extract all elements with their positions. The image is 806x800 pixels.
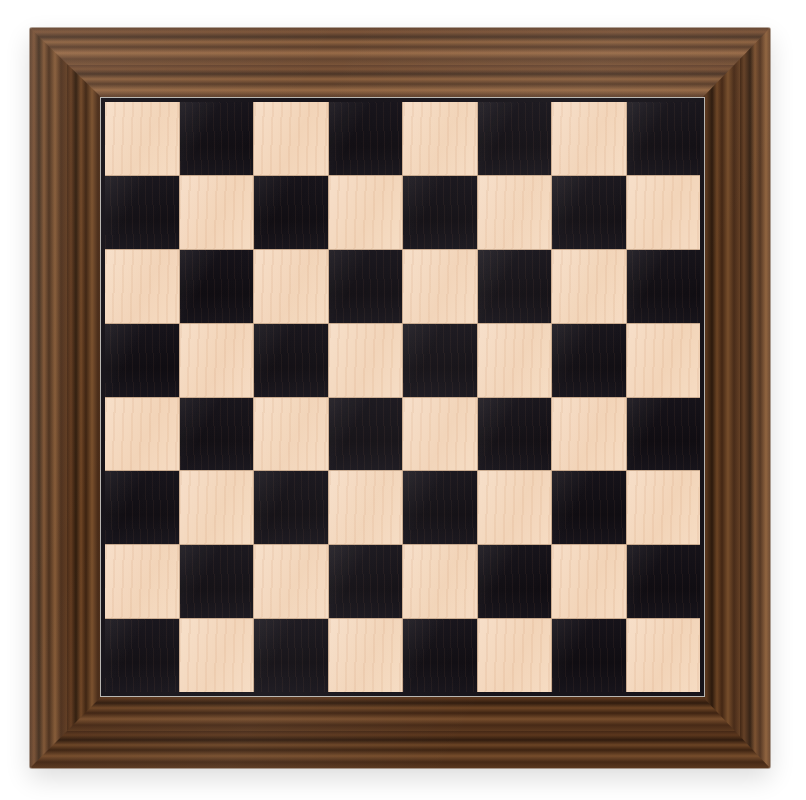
square-c2[interactable]: [254, 545, 328, 618]
square-g3[interactable]: [552, 471, 626, 544]
square-d1[interactable]: [329, 619, 403, 692]
square-a6[interactable]: [105, 250, 179, 323]
square-d4[interactable]: [329, 398, 403, 471]
square-c6[interactable]: [254, 250, 328, 323]
square-g1[interactable]: [552, 619, 626, 692]
square-h7[interactable]: [627, 176, 701, 249]
square-a4[interactable]: [105, 398, 179, 471]
square-f8[interactable]: [478, 102, 552, 175]
square-b7[interactable]: [180, 176, 254, 249]
square-b5[interactable]: [180, 324, 254, 397]
square-g2[interactable]: [552, 545, 626, 618]
squares-grid: [105, 102, 700, 692]
square-e2[interactable]: [403, 545, 477, 618]
square-a3[interactable]: [105, 471, 179, 544]
square-b6[interactable]: [180, 250, 254, 323]
square-f4[interactable]: [478, 398, 552, 471]
square-c8[interactable]: [254, 102, 328, 175]
square-h8[interactable]: [627, 102, 701, 175]
square-e7[interactable]: [403, 176, 477, 249]
square-f3[interactable]: [478, 471, 552, 544]
square-c3[interactable]: [254, 471, 328, 544]
square-b3[interactable]: [180, 471, 254, 544]
square-d5[interactable]: [329, 324, 403, 397]
square-f7[interactable]: [478, 176, 552, 249]
square-d8[interactable]: [329, 102, 403, 175]
square-h3[interactable]: [627, 471, 701, 544]
square-e5[interactable]: [403, 324, 477, 397]
square-e3[interactable]: [403, 471, 477, 544]
square-c5[interactable]: [254, 324, 328, 397]
board-frame-left-rail: [30, 28, 102, 768]
square-h5[interactable]: [627, 324, 701, 397]
square-f6[interactable]: [478, 250, 552, 323]
square-f1[interactable]: [478, 619, 552, 692]
square-d3[interactable]: [329, 471, 403, 544]
square-a5[interactable]: [105, 324, 179, 397]
square-e6[interactable]: [403, 250, 477, 323]
square-c7[interactable]: [254, 176, 328, 249]
square-d7[interactable]: [329, 176, 403, 249]
square-b8[interactable]: [180, 102, 254, 175]
square-a7[interactable]: [105, 176, 179, 249]
square-f5[interactable]: [478, 324, 552, 397]
square-c4[interactable]: [254, 398, 328, 471]
square-c1[interactable]: [254, 619, 328, 692]
square-d6[interactable]: [329, 250, 403, 323]
square-h2[interactable]: [627, 545, 701, 618]
square-h1[interactable]: [627, 619, 701, 692]
board-frame-right-rail: [702, 28, 770, 768]
square-a2[interactable]: [105, 545, 179, 618]
square-g6[interactable]: [552, 250, 626, 323]
square-e4[interactable]: [403, 398, 477, 471]
square-h4[interactable]: [627, 398, 701, 471]
chess-board: [30, 28, 770, 768]
square-b1[interactable]: [180, 619, 254, 692]
square-g7[interactable]: [552, 176, 626, 249]
square-b2[interactable]: [180, 545, 254, 618]
square-f2[interactable]: [478, 545, 552, 618]
square-e1[interactable]: [403, 619, 477, 692]
square-a8[interactable]: [105, 102, 179, 175]
square-g4[interactable]: [552, 398, 626, 471]
square-d2[interactable]: [329, 545, 403, 618]
square-a1[interactable]: [105, 619, 179, 692]
photo-background: [0, 0, 806, 800]
square-e8[interactable]: [403, 102, 477, 175]
square-b4[interactable]: [180, 398, 254, 471]
square-h6[interactable]: [627, 250, 701, 323]
square-g8[interactable]: [552, 102, 626, 175]
square-g5[interactable]: [552, 324, 626, 397]
playing-field: [100, 97, 705, 697]
